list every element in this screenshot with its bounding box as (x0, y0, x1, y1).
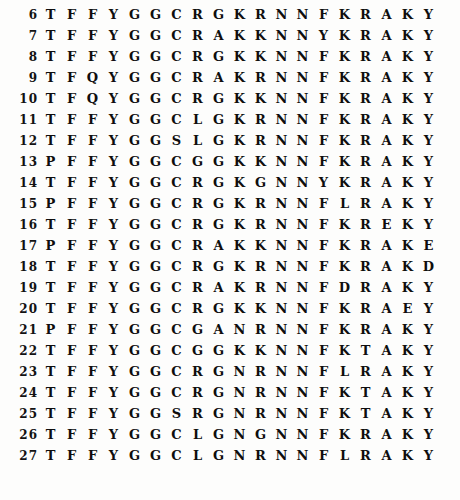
letter-cell: R (250, 448, 271, 463)
letter-cell: K (334, 49, 355, 64)
letter-cell: R (187, 70, 208, 85)
letter-cell: G (145, 70, 166, 85)
letter-cell: R (355, 364, 376, 379)
letter-cell: R (250, 385, 271, 400)
letter-cell: G (208, 7, 229, 22)
letter-cell: A (376, 238, 397, 253)
letter-cell: G (124, 7, 145, 22)
letter-cell: K (334, 175, 355, 190)
letter-cell: G (145, 238, 166, 253)
letter-cell: K (397, 133, 418, 148)
letter-cell: Y (418, 70, 439, 85)
letter-cell: G (145, 322, 166, 337)
letter-cell: T (355, 385, 376, 400)
row-number: 19 (0, 281, 40, 295)
letter-cell: G (145, 133, 166, 148)
letter-cell: N (292, 385, 313, 400)
letter-cell: F (61, 196, 82, 211)
letter-cell: S (166, 133, 187, 148)
letter-cell: G (187, 343, 208, 358)
letter-cell: Y (418, 91, 439, 106)
letter-cell: N (292, 112, 313, 127)
letter-cell: R (250, 217, 271, 232)
letter-cell: K (397, 406, 418, 421)
letter-cell: C (166, 154, 187, 169)
letter-cell: F (313, 7, 334, 22)
letter-cell: F (313, 280, 334, 295)
letter-cell: G (208, 448, 229, 463)
row-number: 23 (0, 365, 40, 379)
letter-cell: G (145, 175, 166, 190)
letter-cell: R (250, 196, 271, 211)
letter-cell: F (313, 112, 334, 127)
letter-cell: R (187, 196, 208, 211)
letter-cell: Q (82, 70, 103, 85)
letter-cell: F (313, 238, 334, 253)
letter-cell: Y (418, 280, 439, 295)
letter-cell: N (271, 175, 292, 190)
letter-cell: K (229, 259, 250, 274)
letter-cell: N (271, 280, 292, 295)
letter-cell: C (166, 385, 187, 400)
letter-cell: F (61, 133, 82, 148)
letter-cell: R (250, 322, 271, 337)
letter-cell: G (124, 364, 145, 379)
letter-cell: L (187, 133, 208, 148)
letter-cell: K (229, 217, 250, 232)
row-number: 6 (0, 8, 40, 22)
letter-cell: Y (418, 112, 439, 127)
letter-cell: G (145, 7, 166, 22)
letter-cell: F (313, 427, 334, 442)
letter-cell: L (187, 112, 208, 127)
row-number: 9 (0, 71, 40, 85)
letter-cell: F (313, 217, 334, 232)
letter-cell: L (334, 196, 355, 211)
letter-cell: N (271, 406, 292, 421)
letter-cell: F (61, 322, 82, 337)
letter-cell: R (355, 133, 376, 148)
letter-cell: R (250, 406, 271, 421)
letter-cell: R (187, 217, 208, 232)
letter-cell: F (313, 91, 334, 106)
letter-cell: Y (103, 217, 124, 232)
letter-cell: K (334, 301, 355, 316)
letter-cell: A (208, 280, 229, 295)
letter-cell: N (292, 70, 313, 85)
letter-cell: G (124, 343, 145, 358)
letter-cell: G (145, 406, 166, 421)
letter-cell: N (229, 427, 250, 442)
letter-cell: R (187, 49, 208, 64)
letter-cell: G (145, 343, 166, 358)
letter-cell: N (271, 133, 292, 148)
letter-cell: K (229, 133, 250, 148)
letter-cell: A (208, 238, 229, 253)
grid-row: 16TFFYGGCRGKRNNFKREKY (0, 214, 439, 235)
letter-cell: K (229, 301, 250, 316)
letter-cell: K (334, 406, 355, 421)
letter-cell: R (250, 7, 271, 22)
letter-cell: G (208, 175, 229, 190)
letter-cell: A (376, 49, 397, 64)
letter-cell: N (292, 322, 313, 337)
letter-cell: A (208, 28, 229, 43)
letter-cell: Y (418, 301, 439, 316)
letter-cell: N (271, 28, 292, 43)
letter-cell: Y (313, 28, 334, 43)
letter-cell: F (61, 70, 82, 85)
grid-row: 6TFFYGGCRGKRNNFKRAKY (0, 4, 439, 25)
row-number: 11 (0, 113, 40, 127)
letter-cell: F (313, 343, 334, 358)
letter-cell: K (397, 49, 418, 64)
letter-cell: F (61, 238, 82, 253)
letter-cell: R (355, 7, 376, 22)
letter-cell: G (250, 427, 271, 442)
letter-cell: Y (103, 49, 124, 64)
letter-cell: N (229, 406, 250, 421)
letter-cell: G (145, 448, 166, 463)
letter-cell: A (376, 175, 397, 190)
row-number: 7 (0, 29, 40, 43)
letter-cell: K (397, 259, 418, 274)
letter-cell: G (145, 112, 166, 127)
letter-cell: A (208, 70, 229, 85)
letter-cell: R (187, 385, 208, 400)
grid-row: 8TFFYGGCRGKKNNFKRAKY (0, 46, 439, 67)
letter-cell: R (250, 280, 271, 295)
letter-cell: N (229, 448, 250, 463)
letter-cell: R (355, 196, 376, 211)
grid-row: 19TFFYGGCRAKRNNFDRAKY (0, 277, 439, 298)
letter-cell: K (250, 91, 271, 106)
letter-cell: R (355, 448, 376, 463)
letter-cell: F (82, 301, 103, 316)
letter-cell: G (124, 91, 145, 106)
letter-cell: G (250, 175, 271, 190)
letter-cell: N (271, 301, 292, 316)
letter-cell: N (292, 175, 313, 190)
letter-cell: C (166, 322, 187, 337)
grid-row: 17PFFYGGCRAKKNNFKRAKE (0, 235, 439, 256)
letter-cell: T (40, 28, 61, 43)
letter-cell: N (292, 91, 313, 106)
letter-cell: C (166, 427, 187, 442)
letter-cell: G (208, 427, 229, 442)
letter-cell: N (292, 406, 313, 421)
letter-cell: K (250, 343, 271, 358)
letter-cell: N (292, 301, 313, 316)
letter-cell: R (187, 28, 208, 43)
letter-cell: N (271, 385, 292, 400)
letter-cell: R (355, 70, 376, 85)
letter-cell: Y (103, 154, 124, 169)
letter-cell: K (250, 28, 271, 43)
letter-cell: C (166, 217, 187, 232)
letter-cell: Y (418, 364, 439, 379)
letter-cell: K (397, 196, 418, 211)
letter-cell: K (397, 112, 418, 127)
letter-cell: N (271, 154, 292, 169)
letter-cell: N (292, 196, 313, 211)
letter-cell: K (397, 175, 418, 190)
letter-cell: F (61, 49, 82, 64)
row-number: 27 (0, 449, 40, 463)
row-number: 21 (0, 323, 40, 337)
letter-cell: C (166, 343, 187, 358)
letter-cell: N (292, 28, 313, 43)
grid-row: 18TFFYGGCRGKRNNFKRAKD (0, 256, 439, 277)
letter-cell: T (40, 133, 61, 148)
letter-cell: G (145, 154, 166, 169)
letter-cell: G (208, 343, 229, 358)
letter-cell: K (229, 175, 250, 190)
letter-cell: A (376, 406, 397, 421)
letter-cell: F (313, 301, 334, 316)
letter-cell: Y (103, 238, 124, 253)
letter-cell: Y (103, 448, 124, 463)
letter-cell: R (355, 112, 376, 127)
letter-cell: F (313, 385, 334, 400)
letter-cell: C (166, 70, 187, 85)
letter-cell: K (229, 70, 250, 85)
letter-cell: F (82, 133, 103, 148)
letter-cell: T (355, 406, 376, 421)
letter-cell: P (40, 196, 61, 211)
letter-cell: C (166, 238, 187, 253)
letter-cell: K (250, 49, 271, 64)
letter-cell: R (187, 280, 208, 295)
letter-cell: N (229, 364, 250, 379)
letter-cell: Y (103, 91, 124, 106)
letter-cell: N (271, 70, 292, 85)
letter-cell: F (82, 280, 103, 295)
letter-cell: K (334, 427, 355, 442)
letter-cell: P (40, 238, 61, 253)
letter-cell: C (166, 364, 187, 379)
letter-cell: F (82, 49, 103, 64)
letter-cell: R (187, 7, 208, 22)
letter-cell: G (124, 448, 145, 463)
letter-cell: T (40, 385, 61, 400)
letter-cell: R (187, 175, 208, 190)
letter-cell: C (166, 448, 187, 463)
letter-cell: F (313, 406, 334, 421)
letter-cell: F (61, 427, 82, 442)
letter-cell: Y (103, 196, 124, 211)
letter-cell: A (208, 322, 229, 337)
letter-cell: C (166, 259, 187, 274)
letter-cell: L (334, 448, 355, 463)
letter-cell: K (334, 343, 355, 358)
letter-cell: G (145, 280, 166, 295)
letter-cell: F (82, 406, 103, 421)
letter-cell: N (292, 343, 313, 358)
letter-cell: F (82, 322, 103, 337)
letter-cell: Y (418, 427, 439, 442)
letter-cell: G (124, 259, 145, 274)
letter-cell: F (82, 217, 103, 232)
letter-cell: F (61, 364, 82, 379)
row-number: 14 (0, 176, 40, 190)
letter-cell: T (40, 343, 61, 358)
letter-cell: T (40, 112, 61, 127)
letter-cell: F (61, 259, 82, 274)
letter-cell: A (376, 112, 397, 127)
letter-cell: N (292, 217, 313, 232)
letter-cell: Y (418, 322, 439, 337)
letter-cell: R (250, 364, 271, 379)
letter-cell: G (208, 49, 229, 64)
letter-cell: F (61, 154, 82, 169)
letter-cell: F (61, 448, 82, 463)
letter-cell: K (397, 364, 418, 379)
letter-cell: F (82, 196, 103, 211)
letter-cell: F (82, 259, 103, 274)
letter-cell: A (376, 385, 397, 400)
letter-cell: A (376, 28, 397, 43)
letter-cell: E (397, 301, 418, 316)
letter-grid: 6TFFYGGCRGKRNNFKRAKY7TFFYGGCRAKKNNYKRAKY… (0, 4, 439, 466)
letter-cell: K (397, 7, 418, 22)
letter-cell: A (376, 364, 397, 379)
letter-cell: T (40, 49, 61, 64)
letter-cell: R (250, 133, 271, 148)
letter-cell: T (355, 343, 376, 358)
letter-cell: F (82, 343, 103, 358)
letter-cell: F (82, 154, 103, 169)
letter-cell: T (40, 427, 61, 442)
letter-cell: K (334, 154, 355, 169)
letter-cell: K (334, 70, 355, 85)
letter-cell: E (376, 217, 397, 232)
letter-cell: Y (103, 427, 124, 442)
letter-cell: G (145, 49, 166, 64)
letter-cell: N (271, 448, 292, 463)
letter-cell: F (313, 259, 334, 274)
letter-cell: G (208, 112, 229, 127)
letter-cell: G (124, 238, 145, 253)
letter-cell: C (166, 175, 187, 190)
letter-cell: F (61, 301, 82, 316)
letter-cell: K (334, 322, 355, 337)
letter-cell: Y (103, 70, 124, 85)
letter-cell: G (124, 427, 145, 442)
letter-cell: F (61, 385, 82, 400)
letter-cell: F (82, 385, 103, 400)
letter-cell: G (124, 406, 145, 421)
grid-row: 13PFFYGGCGGKKNNFKRAKY (0, 151, 439, 172)
letter-cell: K (334, 385, 355, 400)
letter-cell: R (187, 91, 208, 106)
grid-row: 21PFFYGGCGANRNNFKRAKY (0, 319, 439, 340)
letter-cell: N (292, 448, 313, 463)
letter-cell: F (61, 28, 82, 43)
letter-cell: Y (418, 448, 439, 463)
row-number: 20 (0, 302, 40, 316)
letter-cell: Y (103, 280, 124, 295)
letter-cell: N (271, 364, 292, 379)
letter-cell: G (145, 385, 166, 400)
letter-cell: C (166, 301, 187, 316)
grid-row: 22TFFYGGCGGKKNNFKTAKY (0, 340, 439, 361)
grid-row: 23TFFYGGCRGNRNNFLRAKY (0, 361, 439, 382)
letter-cell: R (355, 28, 376, 43)
letter-cell: N (271, 259, 292, 274)
letter-cell: K (334, 238, 355, 253)
letter-cell: L (187, 427, 208, 442)
letter-cell: G (208, 217, 229, 232)
letter-cell: A (376, 448, 397, 463)
row-number: 22 (0, 344, 40, 358)
letter-cell: R (355, 427, 376, 442)
letter-cell: K (229, 28, 250, 43)
letter-cell: A (376, 280, 397, 295)
row-number: 18 (0, 260, 40, 274)
letter-cell: R (355, 91, 376, 106)
letter-cell: G (124, 112, 145, 127)
letter-cell: F (61, 343, 82, 358)
letter-cell: Y (418, 196, 439, 211)
letter-cell: Y (313, 175, 334, 190)
letter-cell: K (397, 70, 418, 85)
row-number: 16 (0, 218, 40, 232)
letter-cell: N (292, 280, 313, 295)
letter-cell: A (376, 322, 397, 337)
letter-cell: G (208, 259, 229, 274)
letter-cell: T (40, 280, 61, 295)
letter-cell: G (145, 28, 166, 43)
letter-cell: C (166, 280, 187, 295)
grid-row: 26TFFYGGCLGNGNNFKRAKY (0, 424, 439, 445)
letter-cell: N (271, 427, 292, 442)
letter-cell: T (40, 259, 61, 274)
letter-cell: A (376, 301, 397, 316)
letter-cell: K (334, 112, 355, 127)
letter-cell: G (145, 259, 166, 274)
letter-cell: N (271, 343, 292, 358)
letter-cell: R (355, 322, 376, 337)
letter-cell: Y (418, 7, 439, 22)
letter-cell: G (124, 280, 145, 295)
letter-cell: G (124, 301, 145, 316)
letter-cell: F (82, 238, 103, 253)
letter-cell: Y (418, 217, 439, 232)
letter-cell: A (376, 259, 397, 274)
letter-cell: G (208, 91, 229, 106)
letter-cell: T (40, 7, 61, 22)
letter-cell: N (292, 49, 313, 64)
letter-cell: Y (418, 406, 439, 421)
letter-cell: F (61, 217, 82, 232)
letter-cell: N (271, 196, 292, 211)
letter-cell: N (292, 154, 313, 169)
letter-cell: G (187, 154, 208, 169)
letter-cell: Y (418, 175, 439, 190)
letter-cell: Y (103, 7, 124, 22)
letter-cell: G (145, 217, 166, 232)
letter-cell: R (187, 301, 208, 316)
letter-cell: N (292, 259, 313, 274)
letter-cell: A (376, 154, 397, 169)
letter-cell: G (124, 133, 145, 148)
letter-cell: G (124, 154, 145, 169)
letter-cell: G (208, 406, 229, 421)
letter-cell: K (397, 385, 418, 400)
letter-cell: G (208, 301, 229, 316)
letter-cell: Y (103, 322, 124, 337)
